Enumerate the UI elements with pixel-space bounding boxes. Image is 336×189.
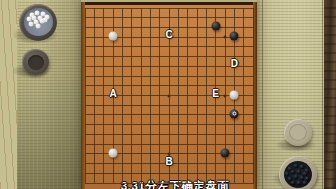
point-label-a: A bbox=[109, 88, 116, 98]
go-bowl-black-stones-interior bbox=[284, 161, 312, 188]
grid-line-horizontal bbox=[85, 173, 254, 174]
stone-white-d4 bbox=[109, 148, 118, 157]
grid-line-horizontal bbox=[85, 144, 254, 145]
last-move-marker bbox=[232, 112, 236, 116]
board-top-edge bbox=[81, 2, 257, 5]
point-label-c: C bbox=[165, 30, 172, 40]
grid-line-vertical bbox=[187, 8, 188, 183]
star-point bbox=[168, 94, 171, 97]
point-label-e: E bbox=[212, 88, 219, 98]
stone-white-r10 bbox=[230, 90, 239, 99]
stone-black-r16 bbox=[230, 32, 239, 41]
grid-line-horizontal bbox=[85, 134, 254, 135]
grid-line-vertical bbox=[253, 8, 254, 183]
bowl-stone-white bbox=[39, 19, 44, 24]
stone-black-r8 bbox=[230, 109, 239, 118]
bowl-stone-black bbox=[297, 180, 302, 185]
point-label-d: D bbox=[231, 59, 238, 69]
bowl-stone-black bbox=[294, 174, 299, 179]
floor-wood-right bbox=[324, 0, 336, 189]
video-caption: 3.31分左下确定盘面 bbox=[121, 180, 229, 189]
point-label-b: B bbox=[165, 156, 172, 166]
stone-black-p17 bbox=[211, 22, 220, 31]
go-bowl-lid-tan-inner bbox=[289, 124, 307, 141]
floor-wood-left bbox=[0, 0, 17, 189]
stone-black-q4 bbox=[221, 148, 230, 157]
go-bowl-lid-gray-inner bbox=[28, 55, 44, 70]
grid-line-horizontal bbox=[85, 124, 254, 125]
tatami-seam bbox=[322, 0, 323, 189]
bowl-stone-white bbox=[35, 24, 40, 29]
stone-white-d16 bbox=[109, 32, 118, 41]
bowl-stone-black bbox=[303, 180, 308, 185]
grid-line-vertical bbox=[178, 8, 179, 183]
star-point bbox=[224, 94, 227, 97]
bowl-stone-black bbox=[291, 180, 296, 185]
board-right-edge bbox=[253, 2, 257, 189]
grid-line-vertical bbox=[197, 8, 198, 183]
bowl-stone-black bbox=[294, 163, 299, 168]
bowl-stone-black bbox=[300, 164, 305, 169]
go-bowl-white-stones-interior bbox=[24, 8, 53, 36]
tatami-seam bbox=[262, 0, 263, 189]
star-point bbox=[224, 36, 227, 39]
grid-line-vertical bbox=[206, 8, 207, 183]
grid-line-horizontal bbox=[85, 105, 254, 106]
bowl-stone-black bbox=[297, 169, 302, 174]
grid-line-horizontal bbox=[85, 114, 254, 115]
video-frame: 3.31分左下确定盘面 ABCDE bbox=[0, 0, 336, 189]
grid-line-horizontal bbox=[85, 183, 254, 184]
grid-line-vertical bbox=[243, 8, 244, 183]
